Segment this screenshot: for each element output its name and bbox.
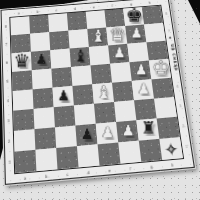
square-d1 <box>77 144 100 167</box>
square-g2: ♜ <box>136 118 159 140</box>
file-label-d: d <box>78 168 100 176</box>
square-h7 <box>144 23 165 42</box>
white-pawn-f6: ♟ <box>110 43 130 63</box>
square-d3 <box>74 104 96 126</box>
chess-board: abcdefgh abcdefgh 87654321 87654321 ♚♝♛♟… <box>1 0 195 185</box>
black-bishop-d6: ♝ <box>71 46 91 66</box>
square-d4 <box>72 84 94 105</box>
black-pawn-b6: ♟ <box>32 49 52 69</box>
rank-label-2: 2 <box>6 130 13 151</box>
square-e6 <box>89 45 110 65</box>
rank-label-7: 7 <box>3 35 9 54</box>
file-label-c: c <box>57 170 79 178</box>
square-b8 <box>29 15 49 34</box>
square-e2: ♟ <box>96 122 118 144</box>
square-e4: ♝ <box>92 83 114 104</box>
file-label-f: f <box>120 164 142 172</box>
black-rook-g2: ♜ <box>138 118 159 139</box>
square-c8 <box>48 13 68 32</box>
square-c6 <box>50 49 71 69</box>
white-bishop-e4: ♝ <box>94 82 114 102</box>
square-h5: ♚ <box>149 59 171 79</box>
square-g4: ♟ <box>132 79 154 100</box>
square-b4 <box>33 88 54 109</box>
white-pawn-e2: ♟ <box>97 122 118 143</box>
square-c3 <box>54 105 76 127</box>
black-queen-a6: ♛ <box>12 51 32 71</box>
square-f3 <box>114 100 136 122</box>
square-a8 <box>10 16 30 35</box>
square-c7 <box>49 31 69 51</box>
white-pawn-f2: ♟ <box>118 120 139 141</box>
square-e7: ♝ <box>87 28 108 47</box>
square-h8 <box>142 6 163 25</box>
square-a2 <box>14 129 36 152</box>
square-c2 <box>55 126 77 148</box>
white-bishop-e7: ♝ <box>89 26 108 45</box>
black-king-g8: ♚ <box>125 6 144 25</box>
square-g1 <box>139 139 162 162</box>
white-pawn-g5: ♟ <box>131 60 151 80</box>
black-pawn-d2: ♟ <box>77 123 98 144</box>
file-label-b: b <box>35 172 57 180</box>
file-label-a: a <box>14 173 35 181</box>
white-queen-f7: ♛ <box>108 25 127 44</box>
square-b6: ♟ <box>31 50 52 70</box>
white-pawn-g7: ♟ <box>127 23 146 42</box>
square-c4: ♟ <box>53 86 74 107</box>
white-pawn-g4: ♟ <box>134 78 154 98</box>
square-b3 <box>34 107 55 129</box>
square-h2 <box>157 117 180 139</box>
file-label-h: h <box>161 160 183 168</box>
square-d2: ♟ <box>75 124 97 146</box>
square-h3 <box>154 97 177 119</box>
square-e3 <box>94 102 116 124</box>
rank-label-8: 8 <box>3 17 9 35</box>
board-grid: ♚♝♛♟♛♟♝♟♟♚♟♝♟♟♟♟♜ <box>9 5 184 175</box>
chess-photo-scene: abcdefgh abcdefgh 87654321 87654321 ♚♝♛♟… <box>0 0 200 200</box>
square-d8 <box>67 12 87 31</box>
square-c1 <box>56 146 78 169</box>
file-label-e: e <box>99 166 121 174</box>
square-f4 <box>112 81 134 102</box>
square-d5 <box>71 65 92 86</box>
square-a1 <box>15 150 37 173</box>
square-d6: ♝ <box>70 47 91 67</box>
square-g7: ♟ <box>125 24 146 43</box>
rank-label-3: 3 <box>5 110 12 131</box>
square-a5 <box>12 70 33 91</box>
square-b1 <box>35 148 57 171</box>
black-pawn-c4: ♟ <box>53 85 73 105</box>
square-f1 <box>118 141 141 164</box>
rank-label-4: 4 <box>5 90 12 110</box>
square-a3 <box>13 109 34 131</box>
square-f6: ♟ <box>108 44 129 64</box>
square-h4 <box>151 78 173 99</box>
file-label-g: g <box>141 162 163 170</box>
square-f5 <box>110 62 132 82</box>
rank-label-1: 1 <box>6 151 13 173</box>
square-a4 <box>13 89 34 110</box>
square-b5 <box>32 69 53 90</box>
rank-label-5: 5 <box>4 71 10 91</box>
square-e1 <box>98 143 121 166</box>
square-b2 <box>34 127 56 150</box>
rank-label-6: 6 <box>4 53 10 72</box>
white-king-h5: ♚ <box>151 58 171 78</box>
square-f2: ♟ <box>116 120 139 142</box>
square-g3 <box>134 99 157 121</box>
square-a6: ♛ <box>11 52 31 72</box>
